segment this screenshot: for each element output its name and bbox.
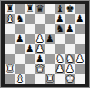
square-b8[interactable] xyxy=(15,4,25,14)
square-h4[interactable] xyxy=(75,44,85,54)
square-c6[interactable] xyxy=(25,24,35,34)
square-a7[interactable]: ♝ xyxy=(5,14,15,24)
square-e3[interactable] xyxy=(45,54,55,64)
square-d6[interactable] xyxy=(35,24,45,34)
square-h7[interactable]: ♟ xyxy=(75,14,85,24)
square-d5[interactable]: ♟ xyxy=(35,34,45,44)
square-g8[interactable]: ♚ xyxy=(65,4,75,14)
black-pawn: ♟ xyxy=(76,14,85,24)
white-rook: ♜ xyxy=(46,74,55,84)
square-g7[interactable] xyxy=(65,14,75,24)
black-king: ♚ xyxy=(66,4,75,14)
square-g4[interactable] xyxy=(65,44,75,54)
chess-board: ♜♜♛♝♚♝♞♟♟♞♟♟♟♟♟♟♟♞♞♟♜♛♟♟♝♜♚ xyxy=(5,4,85,84)
chess-diagram-frame: ♜♜♛♝♚♝♞♟♟♞♟♟♟♟♟♟♟♞♞♟♜♛♟♟♝♜♚ xyxy=(0,0,90,88)
square-a3[interactable] xyxy=(5,54,15,64)
black-bishop: ♝ xyxy=(56,4,65,14)
square-b4[interactable] xyxy=(15,44,25,54)
square-a4[interactable] xyxy=(5,44,15,54)
white-queen: ♛ xyxy=(36,64,45,74)
square-h5[interactable] xyxy=(75,34,85,44)
square-c5[interactable] xyxy=(25,34,35,44)
white-pawn: ♟ xyxy=(36,44,45,54)
black-knight: ♞ xyxy=(56,24,65,34)
black-knight: ♞ xyxy=(16,14,25,24)
white-knight: ♞ xyxy=(56,54,65,64)
black-pawn: ♟ xyxy=(46,34,55,44)
square-b2[interactable] xyxy=(15,64,25,74)
black-pawn: ♟ xyxy=(26,44,35,54)
white-pawn: ♟ xyxy=(66,64,75,74)
square-d4[interactable]: ♟ xyxy=(35,44,45,54)
black-rook: ♜ xyxy=(6,4,15,14)
square-f8[interactable]: ♝ xyxy=(55,4,65,14)
square-g5[interactable] xyxy=(65,34,75,44)
square-e6[interactable] xyxy=(45,24,55,34)
square-h6[interactable] xyxy=(75,24,85,34)
square-b5[interactable]: ♟ xyxy=(15,34,25,44)
square-a8[interactable]: ♜ xyxy=(5,4,15,14)
square-f5[interactable] xyxy=(55,34,65,44)
square-h3[interactable]: ♟ xyxy=(75,54,85,64)
square-f2[interactable]: ♟ xyxy=(55,64,65,74)
square-d8[interactable]: ♛ xyxy=(35,4,45,14)
white-king: ♚ xyxy=(66,74,75,84)
square-e2[interactable] xyxy=(45,64,55,74)
square-c3[interactable] xyxy=(25,54,35,64)
white-bishop: ♝ xyxy=(16,74,25,84)
square-g3[interactable]: ♞ xyxy=(65,54,75,64)
square-f7[interactable]: ♟ xyxy=(55,14,65,24)
square-b3[interactable] xyxy=(15,54,25,64)
square-g6[interactable]: ♟ xyxy=(65,24,75,34)
white-pawn: ♟ xyxy=(56,64,65,74)
square-e7[interactable] xyxy=(45,14,55,24)
white-rook: ♜ xyxy=(6,64,15,74)
square-d2[interactable]: ♛ xyxy=(35,64,45,74)
black-pawn: ♟ xyxy=(16,34,25,44)
square-f4[interactable] xyxy=(55,44,65,54)
square-e1[interactable]: ♜ xyxy=(45,74,55,84)
white-pawn: ♟ xyxy=(76,54,85,64)
square-f1[interactable] xyxy=(55,74,65,84)
black-pawn: ♟ xyxy=(36,54,45,64)
square-f6[interactable]: ♞ xyxy=(55,24,65,34)
square-b1[interactable]: ♝ xyxy=(15,74,25,84)
black-rook: ♜ xyxy=(26,4,35,14)
square-e5[interactable]: ♟ xyxy=(45,34,55,44)
square-d3[interactable]: ♟ xyxy=(35,54,45,64)
black-pawn: ♟ xyxy=(56,14,65,24)
black-queen: ♛ xyxy=(36,4,45,14)
black-pawn: ♟ xyxy=(66,24,75,34)
white-knight: ♞ xyxy=(66,54,75,64)
square-g1[interactable]: ♚ xyxy=(65,74,75,84)
square-d1[interactable] xyxy=(35,74,45,84)
square-c8[interactable]: ♜ xyxy=(25,4,35,14)
square-c4[interactable]: ♟ xyxy=(25,44,35,54)
square-b6[interactable] xyxy=(15,24,25,34)
square-h8[interactable] xyxy=(75,4,85,14)
square-e8[interactable] xyxy=(45,4,55,14)
square-g2[interactable]: ♟ xyxy=(65,64,75,74)
white-bishop: ♝ xyxy=(6,14,15,24)
square-h1[interactable] xyxy=(75,74,85,84)
square-a2[interactable]: ♜ xyxy=(5,64,15,74)
square-c7[interactable] xyxy=(25,14,35,24)
square-a5[interactable] xyxy=(5,34,15,44)
square-a6[interactable] xyxy=(5,24,15,34)
square-e4[interactable] xyxy=(45,44,55,54)
square-a1[interactable] xyxy=(5,74,15,84)
square-d7[interactable] xyxy=(35,14,45,24)
white-pawn: ♟ xyxy=(36,34,45,44)
square-c1[interactable] xyxy=(25,74,35,84)
square-f3[interactable]: ♞ xyxy=(55,54,65,64)
square-c2[interactable] xyxy=(25,64,35,74)
square-h2[interactable] xyxy=(75,64,85,74)
square-b7[interactable]: ♞ xyxy=(15,14,25,24)
